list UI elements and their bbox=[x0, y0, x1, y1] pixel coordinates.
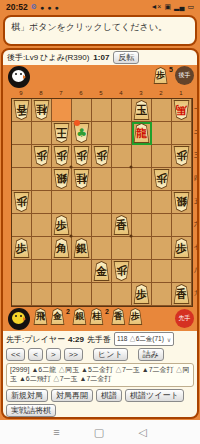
square-2-7[interactable] bbox=[152, 237, 172, 260]
piece-gote-銀[interactable]: 銀 bbox=[53, 169, 70, 189]
square-2-8[interactable] bbox=[152, 260, 172, 283]
piece-sente-香[interactable]: 香 bbox=[173, 284, 190, 304]
light-tool-button[interactable] bbox=[54, 418, 98, 419]
file-label: 6 bbox=[71, 89, 91, 98]
piece-gote-馬[interactable]: 馬 bbox=[173, 100, 190, 120]
turn-indicator: 先手番 bbox=[87, 334, 111, 345]
rank-label: 一 bbox=[194, 98, 199, 121]
hint-target-marker: ♣ bbox=[76, 126, 87, 140]
square-3-7[interactable] bbox=[132, 237, 152, 260]
small-tool-button[interactable] bbox=[6, 418, 19, 419]
square-6-6[interactable] bbox=[72, 214, 92, 237]
square-4-2[interactable] bbox=[112, 122, 132, 145]
hand-piece-桂[interactable]: 桂 bbox=[89, 308, 104, 325]
file-label: 9 bbox=[11, 89, 31, 98]
piece-gote-歩[interactable]: 歩 bbox=[53, 146, 70, 166]
status-bar: 20:52 ⚙ ● ● ● ◄× ▣ ▂▄ ▭ bbox=[0, 0, 200, 14]
flip-board-button[interactable]: 反転 bbox=[113, 51, 139, 64]
square-7-2[interactable]: 王 bbox=[52, 122, 72, 145]
square-5-9[interactable] bbox=[92, 283, 112, 306]
square-1-5[interactable]: 銀 bbox=[172, 191, 192, 214]
hand-piece-飛[interactable]: 飛 bbox=[33, 308, 48, 325]
square-4-8[interactable]: 歩 bbox=[112, 260, 132, 283]
square-6-3[interactable]: 歩 bbox=[72, 145, 92, 168]
new-game-button[interactable]: 新規対局 bbox=[6, 389, 48, 402]
square-1-7[interactable]: 歩 bbox=[172, 237, 192, 260]
piece-sente-玉[interactable]: 玉 bbox=[133, 100, 150, 120]
kifu-nav-row: << < > >> ヒント 詰み bbox=[6, 348, 194, 361]
square-4-4[interactable] bbox=[112, 168, 132, 191]
square-4-9[interactable] bbox=[112, 283, 132, 306]
piece-sente-歩[interactable]: 歩 bbox=[173, 238, 190, 258]
piece-gote-王[interactable]: 王 bbox=[53, 123, 70, 143]
board-rank-labels: 一二三四五六七八九 bbox=[194, 98, 199, 305]
star-point bbox=[130, 235, 133, 238]
square-6-1[interactable] bbox=[72, 99, 92, 122]
last-move-dot bbox=[74, 120, 80, 126]
rank-label: 六 bbox=[194, 213, 199, 236]
sente-badge: 先手 bbox=[175, 309, 194, 328]
square-1-1[interactable]: 馬 bbox=[172, 99, 192, 122]
square-7-8[interactable] bbox=[52, 260, 72, 283]
notification-dot-icon: ● bbox=[55, 4, 59, 11]
file-label: 7 bbox=[51, 89, 71, 98]
piece-gote-歩[interactable]: 歩 bbox=[33, 146, 50, 166]
control-zone: 先手:プレイヤー 4:29 先手番 118 △6二金(71) ∨ << < > … bbox=[3, 331, 197, 419]
piece-gote-金[interactable]: ♣ bbox=[73, 123, 90, 143]
square-9-2[interactable] bbox=[12, 122, 32, 145]
notification-dot-icon: ● bbox=[40, 4, 44, 11]
piece-gote-歩[interactable]: 歩 bbox=[113, 261, 130, 281]
piece-gote-銀[interactable]: 銀 bbox=[173, 192, 190, 212]
square-2-1[interactable] bbox=[152, 99, 172, 122]
action-row-1: 新規対局 対局再開 棋譜 棋譜ツイート bbox=[6, 389, 194, 402]
square-1-4[interactable] bbox=[172, 168, 192, 191]
square-8-6[interactable] bbox=[32, 214, 52, 237]
star-point bbox=[70, 235, 73, 238]
piece-sente-歩[interactable]: 歩 bbox=[13, 238, 30, 258]
hand-count: 2 bbox=[66, 308, 70, 315]
square-4-5[interactable] bbox=[112, 191, 132, 214]
file-label: 4 bbox=[111, 89, 131, 98]
hand-piece-歩[interactable]: 歩 bbox=[128, 308, 143, 325]
mate-practice-button[interactable]: 実戦詰将棋 bbox=[6, 404, 56, 417]
square-3-3[interactable] bbox=[132, 145, 152, 168]
gote-hand-row: 歩5後手 bbox=[3, 65, 197, 89]
resume-game-button[interactable]: 対局再開 bbox=[51, 389, 93, 402]
square-7-5[interactable] bbox=[52, 191, 72, 214]
hint-button[interactable]: ヒント bbox=[93, 348, 128, 361]
hand-piece-金[interactable]: 金 bbox=[50, 308, 65, 325]
sente-clock: 4:29 bbox=[68, 335, 84, 344]
gote-hand-tray[interactable]: 歩5後手 bbox=[153, 66, 194, 85]
star-point bbox=[130, 166, 133, 169]
square-9-4[interactable] bbox=[12, 168, 32, 191]
small-tool-button[interactable] bbox=[38, 418, 51, 419]
square-6-5[interactable] bbox=[72, 191, 92, 214]
square-4-7[interactable] bbox=[112, 237, 132, 260]
piece-gote-歩[interactable]: 歩 bbox=[73, 146, 90, 166]
square-5-2[interactable] bbox=[92, 122, 112, 145]
hand-count: 5 bbox=[169, 66, 173, 73]
recents-icon[interactable]: ≡ bbox=[53, 426, 59, 438]
square-1-2[interactable] bbox=[172, 122, 192, 145]
square-1-9[interactable]: 香 bbox=[172, 283, 192, 306]
square-4-1[interactable] bbox=[112, 99, 132, 122]
file-label: 8 bbox=[31, 89, 51, 98]
forward-button[interactable]: > bbox=[46, 348, 61, 361]
square-8-5[interactable] bbox=[32, 191, 52, 214]
signal-icon: ▂▄ bbox=[174, 3, 184, 11]
square-9-1[interactable]: 香 bbox=[12, 99, 32, 122]
gote-info-bar: 後手:Lv9 ひよみ(R390) 1:07 反転 bbox=[3, 50, 197, 65]
rank-label: 八 bbox=[194, 259, 199, 282]
gear-icon: ⚙ bbox=[31, 3, 37, 11]
sente-hand-row: 飛金2銀桂2香歩 先手 bbox=[3, 307, 197, 331]
sente-player-label: 先手:プレイヤー bbox=[6, 334, 65, 345]
square-3-2[interactable]: 龍 bbox=[132, 122, 152, 145]
game-panel: 後手:Lv9 ひよみ(R390) 1:07 反転 歩5後手 987654321 … bbox=[1, 48, 199, 419]
piece-gote-桂[interactable]: 桂 bbox=[73, 169, 90, 189]
square-7-6[interactable]: 歩 bbox=[52, 214, 72, 237]
square-8-9[interactable] bbox=[32, 283, 52, 306]
square-9-6[interactable] bbox=[12, 214, 32, 237]
square-1-8[interactable] bbox=[172, 260, 192, 283]
piece-gote-桂[interactable]: 桂 bbox=[33, 100, 50, 120]
square-4-3[interactable] bbox=[112, 145, 132, 168]
square-8-1[interactable]: 桂 bbox=[32, 99, 52, 122]
message-panel: 棋」ボタンをクリックしてください。 bbox=[3, 15, 197, 46]
piece-sente-金[interactable]: 金 bbox=[93, 261, 110, 281]
rank-label: 九 bbox=[194, 282, 199, 305]
square-2-4[interactable]: 歩 bbox=[152, 168, 172, 191]
square-8-2[interactable] bbox=[32, 122, 52, 145]
piece-gote-歩[interactable]: 歩 bbox=[173, 146, 190, 166]
hand-count: 2 bbox=[105, 308, 109, 315]
piece-gote-歩[interactable]: 歩 bbox=[93, 146, 110, 166]
rank-label: 七 bbox=[194, 236, 199, 259]
square-6-7[interactable]: 銀 bbox=[72, 237, 92, 260]
square-3-4[interactable] bbox=[132, 168, 152, 191]
square-7-1[interactable] bbox=[52, 99, 72, 122]
gote-clock: 1:07 bbox=[93, 53, 109, 62]
square-3-6[interactable] bbox=[132, 214, 152, 237]
board-grid: 香桂玉馬王♣龍歩歩歩歩歩銀桂歩歩銀歩香歩角銀歩金歩歩香 bbox=[11, 98, 193, 307]
file-label: 1 bbox=[171, 89, 191, 98]
rank-label: 二 bbox=[194, 121, 199, 144]
rank-label: 五 bbox=[194, 190, 199, 213]
square-7-7[interactable]: 角 bbox=[52, 237, 72, 260]
square-1-6[interactable] bbox=[172, 214, 192, 237]
android-nav-bar: ≡ ▢ ◁ bbox=[0, 420, 200, 444]
rank-label: 三 bbox=[194, 144, 199, 167]
square-2-6[interactable] bbox=[152, 214, 172, 237]
kifu-button[interactable]: 棋譜 bbox=[96, 389, 122, 402]
square-5-3[interactable]: 歩 bbox=[92, 145, 112, 168]
square-5-1[interactable] bbox=[92, 99, 112, 122]
sente-hand-tray[interactable]: 飛金2銀桂2香歩 bbox=[33, 308, 143, 325]
square-9-8[interactable] bbox=[12, 260, 32, 283]
square-6-4[interactable]: 桂 bbox=[72, 168, 92, 191]
square-2-2[interactable] bbox=[152, 122, 172, 145]
square-3-9[interactable]: 歩 bbox=[132, 283, 152, 306]
hand-piece-歩[interactable]: 歩 bbox=[153, 67, 168, 84]
kifu-tweet-button[interactable]: 棋譜ツイート bbox=[125, 389, 184, 402]
square-8-8[interactable] bbox=[32, 260, 52, 283]
board-zone: 歩5後手 987654321 香桂玉馬王♣龍歩歩歩歩歩銀桂歩歩銀歩香歩角銀歩金歩… bbox=[3, 65, 197, 331]
forward-all-button[interactable]: >> bbox=[64, 348, 83, 361]
gote-avatar bbox=[8, 66, 30, 88]
piece-gote-香[interactable]: 香 bbox=[13, 100, 30, 120]
battery-icon: ▭ bbox=[187, 3, 194, 11]
action-row-2: 実戦詰将棋 bbox=[6, 404, 194, 417]
file-label: 3 bbox=[131, 89, 151, 98]
square-3-5[interactable] bbox=[132, 191, 152, 214]
square-5-4[interactable] bbox=[92, 168, 112, 191]
rank-label: 四 bbox=[194, 167, 199, 190]
square-6-8[interactable] bbox=[72, 260, 92, 283]
analysis-line: [2999] ▲6二龍 △同玉 ▲5二金打 △7一玉 ▲7二金打 △同玉 ▲6二… bbox=[6, 363, 194, 387]
square-7-4[interactable]: 銀 bbox=[52, 168, 72, 191]
piece-sente-歩[interactable]: 歩 bbox=[133, 284, 150, 304]
square-8-3[interactable]: 歩 bbox=[32, 145, 52, 168]
square-5-7[interactable] bbox=[92, 237, 112, 260]
sente-avatar bbox=[8, 308, 30, 330]
star-point bbox=[70, 166, 73, 169]
piece-sente-角[interactable]: 角 bbox=[53, 238, 70, 258]
piece-sente-銀[interactable]: 銀 bbox=[73, 238, 90, 258]
alarm-icon: ▣ bbox=[164, 3, 171, 11]
square-7-3[interactable]: 歩 bbox=[52, 145, 72, 168]
square-2-9[interactable] bbox=[152, 283, 172, 306]
piece-gote-歩[interactable]: 歩 bbox=[153, 169, 170, 189]
square-5-8[interactable]: 金 bbox=[92, 260, 112, 283]
rewind-button[interactable]: < bbox=[28, 348, 43, 361]
square-6-2[interactable]: ♣ bbox=[72, 122, 92, 145]
square-4-6[interactable]: 香 bbox=[112, 214, 132, 237]
sente-info-bar: 先手:プレイヤー 4:29 先手番 118 △6二金(71) ∨ bbox=[6, 332, 194, 346]
square-2-3[interactable] bbox=[152, 145, 172, 168]
notification-dot-icon: ● bbox=[47, 4, 51, 11]
square-9-7[interactable]: 歩 bbox=[12, 237, 32, 260]
gote-badge: 後手 bbox=[175, 66, 194, 85]
square-5-5[interactable] bbox=[92, 191, 112, 214]
back-icon[interactable]: ◁ bbox=[138, 426, 146, 439]
clock-time: 20:52 bbox=[6, 2, 28, 12]
square-9-3[interactable] bbox=[12, 145, 32, 168]
square-9-9[interactable] bbox=[12, 283, 32, 306]
rewind-all-button[interactable]: << bbox=[6, 348, 25, 361]
hand-piece-銀[interactable]: 銀 bbox=[72, 308, 87, 325]
square-8-7[interactable] bbox=[32, 237, 52, 260]
chevron-down-icon: ∨ bbox=[167, 336, 171, 343]
square-2-5[interactable] bbox=[152, 191, 172, 214]
square-3-8[interactable] bbox=[132, 260, 152, 283]
mate-button[interactable]: 詰み bbox=[138, 348, 164, 361]
piece-sente-歩[interactable]: 歩 bbox=[53, 215, 70, 235]
square-6-9[interactable] bbox=[72, 283, 92, 306]
gote-player-label: 後手:Lv9 ひよみ(R390) bbox=[7, 52, 89, 63]
hand-piece-香[interactable]: 香 bbox=[111, 308, 126, 325]
message-text: 棋」ボタンをクリックしてください。 bbox=[11, 22, 167, 32]
square-7-9[interactable] bbox=[52, 283, 72, 306]
mute-icon: ◄× bbox=[150, 3, 161, 11]
square-9-5[interactable]: 歩 bbox=[12, 191, 32, 214]
square-1-3[interactable]: 歩 bbox=[172, 145, 192, 168]
square-3-1[interactable]: 玉 bbox=[132, 99, 152, 122]
orange-action-button[interactable] bbox=[101, 418, 175, 420]
home-icon[interactable]: ▢ bbox=[94, 426, 104, 439]
square-8-4[interactable] bbox=[32, 168, 52, 191]
piece-sente-龍[interactable]: 龍 bbox=[133, 123, 150, 143]
file-label: 2 bbox=[151, 89, 171, 98]
file-label: 5 bbox=[91, 89, 111, 98]
square-5-6[interactable] bbox=[92, 214, 112, 237]
piece-gote-歩[interactable]: 歩 bbox=[13, 192, 30, 212]
small-tool-button[interactable] bbox=[22, 418, 35, 419]
move-select[interactable]: 118 △6二金(71) ∨ bbox=[114, 332, 174, 346]
piece-sente-香[interactable]: 香 bbox=[113, 215, 130, 235]
board-file-labels: 987654321 bbox=[11, 89, 197, 98]
